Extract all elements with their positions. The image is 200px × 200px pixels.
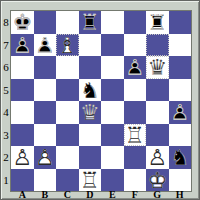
piece-outline: ♕ xyxy=(79,101,102,124)
piece-outline: ♖ xyxy=(79,169,102,192)
square-b2[interactable]: ♟♙ xyxy=(34,146,57,169)
square-a1[interactable] xyxy=(11,169,34,192)
square-h6[interactable] xyxy=(169,56,192,79)
black-knight[interactable]: ♞♘ xyxy=(79,79,102,102)
black-rook[interactable]: ♜♖ xyxy=(146,11,169,34)
piece-outline: ♙ xyxy=(146,146,169,169)
piece-outline: ♙ xyxy=(11,146,34,169)
square-f6[interactable]: ♟♙ xyxy=(124,56,147,79)
piece-outline: ♖ xyxy=(79,11,102,34)
square-g8[interactable]: ♜♖ xyxy=(146,11,169,34)
piece-outline: ♙ xyxy=(11,34,34,57)
piece-outline: ♖ xyxy=(124,124,147,147)
rank-label-3: 3 xyxy=(1,124,11,147)
rank-label-7: 7 xyxy=(1,34,11,57)
square-f5[interactable] xyxy=(124,79,147,102)
square-e8[interactable] xyxy=(101,11,124,34)
square-a2[interactable]: ♟♙ xyxy=(11,146,34,169)
square-h8[interactable] xyxy=(169,11,192,34)
square-d8[interactable]: ♜♖ xyxy=(79,11,102,34)
piece-outline: ♔ xyxy=(11,11,34,34)
white-queen[interactable]: ♛♕ xyxy=(79,101,102,124)
square-c8[interactable] xyxy=(56,11,79,34)
file-label-a: A xyxy=(11,190,34,200)
square-a3[interactable] xyxy=(11,124,34,147)
square-b7[interactable]: ♟♙ xyxy=(34,34,57,57)
file-label-b: B xyxy=(34,190,57,200)
file-label-d: D xyxy=(79,190,102,200)
square-d3[interactable] xyxy=(79,124,102,147)
rank-label-5: 5 xyxy=(1,79,11,102)
square-b5[interactable] xyxy=(34,79,57,102)
black-rook[interactable]: ♜♖ xyxy=(79,11,102,34)
square-c5[interactable] xyxy=(56,79,79,102)
square-c1[interactable] xyxy=(56,169,79,192)
file-label-h: H xyxy=(169,190,192,200)
square-g7[interactable] xyxy=(146,34,169,57)
piece-outline: ♖ xyxy=(146,11,169,34)
square-f3[interactable]: ♜♖ xyxy=(124,124,147,147)
white-rook[interactable]: ♜♖ xyxy=(79,169,102,192)
square-f4[interactable] xyxy=(124,101,147,124)
black-pawn[interactable]: ♟♙ xyxy=(124,56,147,79)
square-h1[interactable] xyxy=(169,169,192,192)
square-a5[interactable] xyxy=(11,79,34,102)
black-pawn[interactable]: ♟♙ xyxy=(34,34,57,57)
piece-outline: ♙ xyxy=(169,101,192,124)
square-b3[interactable] xyxy=(34,124,57,147)
piece-outline: ♙ xyxy=(34,34,57,57)
square-f7[interactable] xyxy=(124,34,147,57)
piece-outline: ♙ xyxy=(34,146,57,169)
file-label-e: E xyxy=(101,190,124,200)
white-pawn[interactable]: ♟♙ xyxy=(11,146,34,169)
square-d4[interactable]: ♛♕ xyxy=(79,101,102,124)
square-f2[interactable] xyxy=(124,146,147,169)
square-e4[interactable] xyxy=(101,101,124,124)
square-d2[interactable] xyxy=(79,146,102,169)
piece-outline: ♗ xyxy=(56,34,79,57)
square-e3[interactable] xyxy=(101,124,124,147)
white-bishop[interactable]: ♝♗ xyxy=(56,34,79,57)
black-king[interactable]: ♚♔ xyxy=(11,11,34,34)
black-queen[interactable]: ♛♕ xyxy=(146,56,169,79)
chess-board[interactable]: ♚♔♜♖♜♖♟♙♟♙♝♗♟♙♛♕♞♘♛♕♟♙♜♖♟♙♟♙♟♙♞♘♜♖♚♔ xyxy=(11,11,191,191)
piece-outline: ♕ xyxy=(146,56,169,79)
square-a8[interactable]: ♚♔ xyxy=(11,11,34,34)
square-g1[interactable]: ♚♔ xyxy=(146,169,169,192)
rank-label-8: 8 xyxy=(1,11,11,34)
square-g3[interactable] xyxy=(146,124,169,147)
square-c2[interactable] xyxy=(56,146,79,169)
square-e6[interactable] xyxy=(101,56,124,79)
black-pawn[interactable]: ♟♙ xyxy=(11,34,34,57)
rank-label-1: 1 xyxy=(1,169,11,192)
square-e1[interactable] xyxy=(101,169,124,192)
piece-outline: ♘ xyxy=(79,79,102,102)
rank-label-4: 4 xyxy=(1,101,11,124)
square-a6[interactable] xyxy=(11,56,34,79)
square-g4[interactable] xyxy=(146,101,169,124)
square-e5[interactable] xyxy=(101,79,124,102)
square-b6[interactable] xyxy=(34,56,57,79)
square-d5[interactable]: ♞♘ xyxy=(79,79,102,102)
square-h5[interactable] xyxy=(169,79,192,102)
square-c6[interactable] xyxy=(56,56,79,79)
square-f8[interactable] xyxy=(124,11,147,34)
file-label-f: F xyxy=(124,190,147,200)
square-h3[interactable] xyxy=(169,124,192,147)
square-g2[interactable]: ♟♙ xyxy=(146,146,169,169)
black-knight[interactable]: ♞♘ xyxy=(169,146,192,169)
white-pawn[interactable]: ♟♙ xyxy=(146,146,169,169)
piece-outline: ♙ xyxy=(124,56,147,79)
square-h2[interactable]: ♞♘ xyxy=(169,146,192,169)
square-d1[interactable]: ♜♖ xyxy=(79,169,102,192)
square-f1[interactable] xyxy=(124,169,147,192)
file-label-g: G xyxy=(146,190,169,200)
rank-labels: 87654321 xyxy=(1,11,11,191)
white-king[interactable]: ♚♔ xyxy=(146,169,169,192)
square-b1[interactable] xyxy=(34,169,57,192)
square-c4[interactable] xyxy=(56,101,79,124)
square-h4[interactable]: ♟♙ xyxy=(169,101,192,124)
square-c7[interactable]: ♝♗ xyxy=(56,34,79,57)
file-label-c: C xyxy=(56,190,79,200)
piece-outline: ♔ xyxy=(146,169,169,192)
rank-label-2: 2 xyxy=(1,146,11,169)
square-a7[interactable]: ♟♙ xyxy=(11,34,34,57)
square-c3[interactable] xyxy=(56,124,79,147)
file-labels: ABCDEFGH xyxy=(11,190,191,200)
square-e2[interactable] xyxy=(101,146,124,169)
square-h7[interactable] xyxy=(169,34,192,57)
piece-outline: ♘ xyxy=(169,146,192,169)
rank-label-6: 6 xyxy=(1,56,11,79)
chessboard-window: 87654321 ♚♔♜♖♜♖♟♙♟♙♝♗♟♙♛♕♞♘♛♕♟♙♜♖♟♙♟♙♟♙♞… xyxy=(0,0,200,200)
square-a4[interactable] xyxy=(11,101,34,124)
square-g6[interactable]: ♛♕ xyxy=(146,56,169,79)
square-b4[interactable] xyxy=(34,101,57,124)
square-b8[interactable] xyxy=(34,11,57,34)
square-g5[interactable] xyxy=(146,79,169,102)
black-pawn[interactable]: ♟♙ xyxy=(169,101,192,124)
square-e7[interactable] xyxy=(101,34,124,57)
square-d7[interactable] xyxy=(79,34,102,57)
white-pawn[interactable]: ♟♙ xyxy=(34,146,57,169)
square-d6[interactable] xyxy=(79,56,102,79)
white-rook[interactable]: ♜♖ xyxy=(124,124,147,147)
